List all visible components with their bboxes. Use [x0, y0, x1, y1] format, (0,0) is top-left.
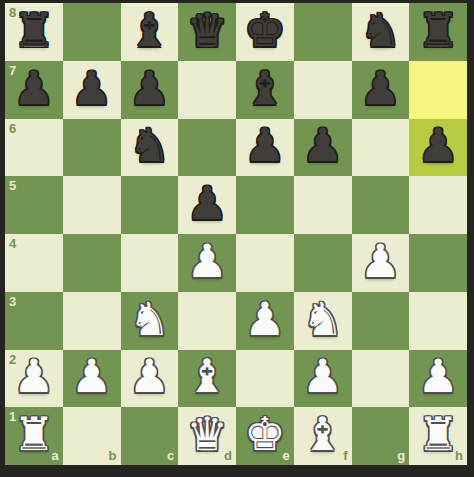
square-e5[interactable] — [236, 176, 294, 234]
piece-black-pawn[interactable]: ♟ — [360, 65, 401, 111]
piece-white-rook[interactable]: ♜ — [418, 411, 459, 457]
piece-white-bishop[interactable]: ♝ — [187, 353, 228, 399]
piece-white-rook[interactable]: ♜ — [13, 411, 54, 457]
piece-white-pawn[interactable]: ♟ — [129, 353, 170, 399]
square-f4[interactable] — [294, 234, 352, 292]
square-a8[interactable]: 8♜ — [5, 3, 63, 61]
piece-white-pawn[interactable]: ♟ — [244, 296, 285, 342]
square-c8[interactable]: ♝ — [121, 3, 179, 61]
piece-black-king[interactable]: ♚ — [244, 7, 285, 53]
coord-rank-5: 5 — [9, 179, 16, 192]
piece-white-knight[interactable]: ♞ — [129, 296, 170, 342]
piece-black-pawn[interactable]: ♟ — [71, 65, 112, 111]
square-g4[interactable]: ♟ — [352, 234, 410, 292]
coord-file-c: c — [167, 449, 174, 462]
square-b4[interactable] — [63, 234, 121, 292]
square-h7[interactable] — [409, 61, 467, 119]
square-d1[interactable]: d♛ — [178, 407, 236, 465]
chess-board: 8♜♝♛♚♞♜7♟♟♟♝♟6♞♟♟♟5♟4♟♟3♞♟♞2♟♟♟♝♟♟1a♜bcd… — [5, 3, 467, 465]
square-h8[interactable]: ♜ — [409, 3, 467, 61]
piece-black-bishop[interactable]: ♝ — [129, 7, 170, 53]
piece-black-bishop[interactable]: ♝ — [244, 65, 285, 111]
square-c6[interactable]: ♞ — [121, 119, 179, 177]
square-a2[interactable]: 2♟ — [5, 350, 63, 408]
square-e1[interactable]: e♚ — [236, 407, 294, 465]
square-h6[interactable]: ♟ — [409, 119, 467, 177]
piece-black-pawn[interactable]: ♟ — [13, 65, 54, 111]
square-e2[interactable] — [236, 350, 294, 408]
square-f3[interactable]: ♞ — [294, 292, 352, 350]
square-b7[interactable]: ♟ — [63, 61, 121, 119]
square-g7[interactable]: ♟ — [352, 61, 410, 119]
piece-black-pawn[interactable]: ♟ — [129, 65, 170, 111]
piece-white-knight[interactable]: ♞ — [302, 296, 343, 342]
square-c4[interactable] — [121, 234, 179, 292]
piece-white-pawn[interactable]: ♟ — [418, 353, 459, 399]
square-f2[interactable]: ♟ — [294, 350, 352, 408]
square-e3[interactable]: ♟ — [236, 292, 294, 350]
square-h1[interactable]: h♜ — [409, 407, 467, 465]
square-a5[interactable]: 5 — [5, 176, 63, 234]
square-b3[interactable] — [63, 292, 121, 350]
square-f5[interactable] — [294, 176, 352, 234]
square-d3[interactable] — [178, 292, 236, 350]
square-g3[interactable] — [352, 292, 410, 350]
chess-app-background: 8♜♝♛♚♞♜7♟♟♟♝♟6♞♟♟♟5♟4♟♟3♞♟♞2♟♟♟♝♟♟1a♜bcd… — [0, 0, 474, 477]
square-g5[interactable] — [352, 176, 410, 234]
piece-black-pawn[interactable]: ♟ — [418, 122, 459, 168]
square-e4[interactable] — [236, 234, 294, 292]
square-b8[interactable] — [63, 3, 121, 61]
square-h2[interactable]: ♟ — [409, 350, 467, 408]
square-f7[interactable] — [294, 61, 352, 119]
square-h3[interactable] — [409, 292, 467, 350]
square-d5[interactable]: ♟ — [178, 176, 236, 234]
piece-white-pawn[interactable]: ♟ — [13, 353, 54, 399]
square-g1[interactable]: g — [352, 407, 410, 465]
coord-file-b: b — [109, 449, 117, 462]
square-c2[interactable]: ♟ — [121, 350, 179, 408]
piece-black-pawn[interactable]: ♟ — [302, 122, 343, 168]
square-a7[interactable]: 7♟ — [5, 61, 63, 119]
square-d8[interactable]: ♛ — [178, 3, 236, 61]
square-h5[interactable] — [409, 176, 467, 234]
coord-rank-3: 3 — [9, 295, 16, 308]
square-b5[interactable] — [63, 176, 121, 234]
square-a6[interactable]: 6 — [5, 119, 63, 177]
square-c5[interactable] — [121, 176, 179, 234]
piece-black-rook[interactable]: ♜ — [13, 7, 54, 53]
piece-white-king[interactable]: ♚ — [244, 411, 285, 457]
square-c1[interactable]: c — [121, 407, 179, 465]
square-d6[interactable] — [178, 119, 236, 177]
square-c7[interactable]: ♟ — [121, 61, 179, 119]
piece-white-pawn[interactable]: ♟ — [302, 353, 343, 399]
piece-black-rook[interactable]: ♜ — [418, 7, 459, 53]
piece-white-queen[interactable]: ♛ — [187, 411, 228, 457]
piece-white-bishop[interactable]: ♝ — [302, 411, 343, 457]
square-h4[interactable] — [409, 234, 467, 292]
square-e7[interactable]: ♝ — [236, 61, 294, 119]
square-d7[interactable] — [178, 61, 236, 119]
square-d2[interactable]: ♝ — [178, 350, 236, 408]
square-c3[interactable]: ♞ — [121, 292, 179, 350]
coord-file-f: f — [343, 449, 347, 462]
square-a1[interactable]: 1a♜ — [5, 407, 63, 465]
square-f8[interactable] — [294, 3, 352, 61]
coord-rank-6: 6 — [9, 122, 16, 135]
square-d4[interactable]: ♟ — [178, 234, 236, 292]
square-b1[interactable]: b — [63, 407, 121, 465]
square-b2[interactable]: ♟ — [63, 350, 121, 408]
piece-white-pawn[interactable]: ♟ — [187, 238, 228, 284]
piece-black-knight[interactable]: ♞ — [360, 7, 401, 53]
coord-rank-4: 4 — [9, 237, 16, 250]
square-e6[interactable]: ♟ — [236, 119, 294, 177]
square-e8[interactable]: ♚ — [236, 3, 294, 61]
piece-white-pawn[interactable]: ♟ — [71, 353, 112, 399]
piece-black-knight[interactable]: ♞ — [129, 122, 170, 168]
piece-black-pawn[interactable]: ♟ — [187, 180, 228, 226]
piece-black-queen[interactable]: ♛ — [187, 7, 228, 53]
square-a3[interactable]: 3 — [5, 292, 63, 350]
piece-black-pawn[interactable]: ♟ — [244, 122, 285, 168]
square-g2[interactable] — [352, 350, 410, 408]
square-f6[interactable]: ♟ — [294, 119, 352, 177]
square-f1[interactable]: f♝ — [294, 407, 352, 465]
square-g6[interactable] — [352, 119, 410, 177]
square-a4[interactable]: 4 — [5, 234, 63, 292]
piece-white-pawn[interactable]: ♟ — [360, 238, 401, 284]
square-b6[interactable] — [63, 119, 121, 177]
square-g8[interactable]: ♞ — [352, 3, 410, 61]
coord-file-g: g — [397, 449, 405, 462]
